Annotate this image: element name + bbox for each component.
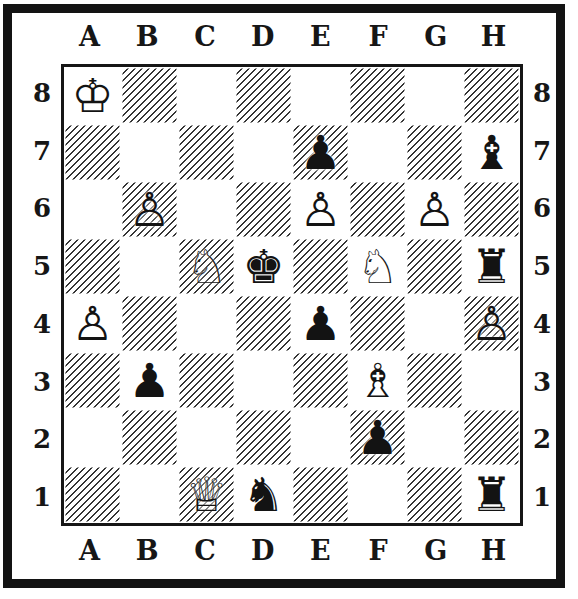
rank-label-5: 5 (526, 237, 558, 295)
piece-black-pawn-b3[interactable]: ♟ (128, 352, 170, 409)
rank-label-4: 4 (526, 295, 558, 353)
square-f3[interactable]: ♗ (349, 352, 406, 409)
rank-label-6: 6 (526, 180, 558, 238)
file-labels-bottom: ABCDEFGH (61, 532, 523, 568)
file-label-h: H (465, 18, 523, 54)
square-c3[interactable] (178, 352, 235, 409)
square-h5[interactable]: ♜ (463, 238, 520, 295)
file-label-f: F (350, 532, 408, 568)
square-e7[interactable]: ♟ (292, 124, 349, 181)
piece-black-bishop-h7[interactable]: ♝ (470, 124, 512, 181)
square-d1[interactable]: ♞ (235, 466, 292, 523)
rank-label-1: 1 (26, 468, 58, 526)
square-g3[interactable] (406, 352, 463, 409)
square-e4[interactable]: ♟ (292, 295, 349, 352)
square-b8[interactable] (121, 67, 178, 124)
file-label-d: D (234, 532, 292, 568)
square-f4[interactable] (349, 295, 406, 352)
square-f1[interactable] (349, 466, 406, 523)
piece-black-pawn-f2[interactable]: ♟ (356, 409, 398, 466)
piece-white-knight-f5[interactable]: ♘ (356, 238, 398, 295)
file-label-h: H (465, 532, 523, 568)
square-b7[interactable] (121, 124, 178, 181)
square-f6[interactable] (349, 181, 406, 238)
square-g2[interactable] (406, 409, 463, 466)
square-a3[interactable] (64, 352, 121, 409)
square-a5[interactable] (64, 238, 121, 295)
piece-black-pawn-e7[interactable]: ♟ (299, 124, 341, 181)
square-g6[interactable]: ♙ (406, 181, 463, 238)
square-d6[interactable] (235, 181, 292, 238)
square-c7[interactable] (178, 124, 235, 181)
square-a8[interactable]: ♔ (64, 67, 121, 124)
rank-label-2: 2 (526, 411, 558, 469)
square-d2[interactable] (235, 409, 292, 466)
square-d3[interactable] (235, 352, 292, 409)
square-e2[interactable] (292, 409, 349, 466)
piece-white-pawn-e6[interactable]: ♙ (299, 181, 341, 238)
file-label-a: A (61, 532, 119, 568)
square-b1[interactable] (121, 466, 178, 523)
square-e1[interactable] (292, 466, 349, 523)
rank-label-7: 7 (526, 122, 558, 180)
rank-label-1: 1 (526, 468, 558, 526)
square-d7[interactable] (235, 124, 292, 181)
square-b6[interactable]: ♙ (121, 181, 178, 238)
chess-board[interactable]: ♔♟♝♙♙♙♘♚♘♜♙♟♙♟♗♟♕♞♜ (61, 64, 523, 526)
square-h6[interactable] (463, 181, 520, 238)
piece-white-queen-c1[interactable]: ♕ (185, 466, 227, 523)
piece-black-pawn-e4[interactable]: ♟ (299, 295, 341, 352)
square-e8[interactable] (292, 67, 349, 124)
rank-label-6: 6 (26, 180, 58, 238)
square-a1[interactable] (64, 466, 121, 523)
square-e5[interactable] (292, 238, 349, 295)
square-e6[interactable]: ♙ (292, 181, 349, 238)
piece-white-king-a8[interactable]: ♔ (71, 67, 113, 124)
rank-label-8: 8 (26, 64, 58, 122)
square-h2[interactable] (463, 409, 520, 466)
square-c5[interactable]: ♘ (178, 238, 235, 295)
square-c4[interactable] (178, 295, 235, 352)
file-label-c: C (177, 532, 235, 568)
square-f8[interactable] (349, 67, 406, 124)
square-a4[interactable]: ♙ (64, 295, 121, 352)
square-h1[interactable]: ♜ (463, 466, 520, 523)
piece-white-bishop-f3[interactable]: ♗ (356, 352, 398, 409)
rank-label-8: 8 (526, 64, 558, 122)
square-c1[interactable]: ♕ (178, 466, 235, 523)
square-g4[interactable] (406, 295, 463, 352)
square-a2[interactable] (64, 409, 121, 466)
rank-label-3: 3 (26, 353, 58, 411)
square-b4[interactable] (121, 295, 178, 352)
square-f5[interactable]: ♘ (349, 238, 406, 295)
square-f7[interactable] (349, 124, 406, 181)
rank-label-5: 5 (26, 237, 58, 295)
square-c2[interactable] (178, 409, 235, 466)
rank-labels-right: 87654321 (526, 64, 558, 526)
chess-diagram-page: ABCDEFGH 87654321 ♔♟♝♙♙♙♘♚♘♜♙♟♙♟♗♟♕♞♜ 87… (0, 0, 578, 599)
square-b3[interactable]: ♟ (121, 352, 178, 409)
square-d8[interactable] (235, 67, 292, 124)
square-g7[interactable] (406, 124, 463, 181)
square-b2[interactable] (121, 409, 178, 466)
square-c8[interactable] (178, 67, 235, 124)
rank-label-2: 2 (26, 411, 58, 469)
square-f2[interactable]: ♟ (349, 409, 406, 466)
file-label-f: F (350, 18, 408, 54)
piece-white-pawn-g6[interactable]: ♙ (413, 181, 455, 238)
square-d5[interactable]: ♚ (235, 238, 292, 295)
file-label-c: C (177, 18, 235, 54)
file-label-b: B (119, 18, 177, 54)
file-label-a: A (61, 18, 119, 54)
square-a7[interactable] (64, 124, 121, 181)
piece-black-rook-h5[interactable]: ♜ (470, 238, 512, 295)
file-labels-top: ABCDEFGH (61, 18, 523, 54)
file-label-g: G (408, 532, 466, 568)
file-label-d: D (234, 18, 292, 54)
file-label-e: E (292, 18, 350, 54)
rank-labels-left: 87654321 (26, 64, 58, 526)
rank-label-7: 7 (26, 122, 58, 180)
square-h4[interactable]: ♙ (463, 295, 520, 352)
square-g5[interactable] (406, 238, 463, 295)
piece-white-pawn-b6[interactable]: ♙ (128, 181, 170, 238)
file-label-e: E (292, 532, 350, 568)
square-e3[interactable] (292, 352, 349, 409)
piece-white-knight-c5[interactable]: ♘ (185, 238, 227, 295)
square-g1[interactable] (406, 466, 463, 523)
square-h3[interactable] (463, 352, 520, 409)
file-label-b: B (119, 532, 177, 568)
piece-black-knight-d1[interactable]: ♞ (242, 466, 284, 523)
square-g8[interactable] (406, 67, 463, 124)
piece-white-pawn-h4[interactable]: ♙ (470, 295, 512, 352)
square-b5[interactable] (121, 238, 178, 295)
piece-white-pawn-a4[interactable]: ♙ (71, 295, 113, 352)
square-a6[interactable] (64, 181, 121, 238)
square-c6[interactable] (178, 181, 235, 238)
square-h7[interactable]: ♝ (463, 124, 520, 181)
piece-black-rook-h1[interactable]: ♜ (470, 466, 512, 523)
rank-label-4: 4 (26, 295, 58, 353)
file-label-g: G (408, 18, 466, 54)
rank-label-3: 3 (526, 353, 558, 411)
piece-black-king-d5[interactable]: ♚ (242, 238, 284, 295)
square-d4[interactable] (235, 295, 292, 352)
square-h8[interactable] (463, 67, 520, 124)
